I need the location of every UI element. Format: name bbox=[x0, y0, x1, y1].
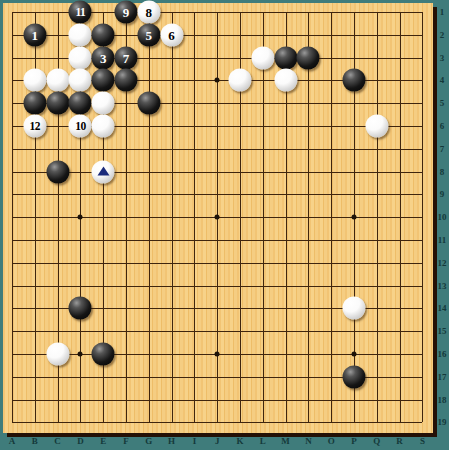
column-label-Q: Q bbox=[373, 437, 380, 446]
stone-black-G2: 5 bbox=[137, 23, 160, 46]
grid-line bbox=[377, 12, 378, 422]
grid-line bbox=[12, 240, 422, 241]
stone-white-E8 bbox=[92, 160, 115, 183]
stone-black-F3: 7 bbox=[115, 46, 138, 69]
column-label-G: G bbox=[145, 437, 152, 446]
column-label-D: D bbox=[77, 437, 84, 446]
move-number-label: 6 bbox=[168, 28, 175, 41]
go-board[interactable]: 1198156371210 bbox=[3, 3, 433, 433]
move-number-label: 5 bbox=[146, 28, 153, 41]
stone-white-H2: 6 bbox=[160, 23, 183, 46]
column-label-N: N bbox=[305, 437, 312, 446]
row-label-1: 1 bbox=[440, 8, 445, 17]
row-label-17: 17 bbox=[438, 372, 447, 381]
row-label-3: 3 bbox=[440, 53, 445, 62]
stone-black-D1: 11 bbox=[69, 1, 92, 24]
row-label-10: 10 bbox=[438, 213, 447, 222]
row-label-5: 5 bbox=[440, 99, 445, 108]
stone-black-D14 bbox=[69, 297, 92, 320]
column-label-R: R bbox=[396, 437, 403, 446]
move-number-label: 7 bbox=[123, 51, 130, 64]
column-label-E: E bbox=[100, 437, 106, 446]
grid-line bbox=[400, 12, 401, 422]
stone-black-C8 bbox=[46, 160, 69, 183]
row-label-14: 14 bbox=[438, 304, 447, 313]
move-number-label: 12 bbox=[30, 120, 41, 132]
stone-white-C4 bbox=[46, 69, 69, 92]
move-number-label: 10 bbox=[75, 120, 86, 132]
stone-white-C16 bbox=[46, 343, 69, 366]
stone-white-D2 bbox=[69, 23, 92, 46]
stone-white-D4 bbox=[69, 69, 92, 92]
move-number-label: 11 bbox=[75, 6, 85, 18]
triangle-marker-icon bbox=[97, 167, 109, 176]
stone-white-P14 bbox=[343, 297, 366, 320]
grid-line bbox=[12, 263, 422, 264]
column-label-C: C bbox=[54, 437, 61, 446]
row-label-7: 7 bbox=[440, 144, 445, 153]
stone-white-B4 bbox=[23, 69, 46, 92]
row-label-2: 2 bbox=[440, 30, 445, 39]
stone-black-M3 bbox=[274, 46, 297, 69]
row-label-6: 6 bbox=[440, 122, 445, 131]
stone-black-B2: 1 bbox=[23, 23, 46, 46]
stone-white-M4 bbox=[274, 69, 297, 92]
star-point bbox=[215, 352, 220, 357]
move-number-label: 1 bbox=[32, 28, 39, 41]
grid-line bbox=[12, 286, 422, 287]
row-label-12: 12 bbox=[438, 258, 447, 267]
column-label-I: I bbox=[193, 437, 197, 446]
stone-black-P4 bbox=[343, 69, 366, 92]
row-label-15: 15 bbox=[438, 327, 447, 336]
grid-line bbox=[12, 400, 422, 401]
stone-white-D6: 10 bbox=[69, 115, 92, 138]
grid-line bbox=[422, 12, 423, 422]
stone-black-F1: 9 bbox=[115, 1, 138, 24]
column-label-M: M bbox=[281, 437, 290, 446]
stone-black-E16 bbox=[92, 343, 115, 366]
stone-white-E5 bbox=[92, 92, 115, 115]
move-number-label: 3 bbox=[100, 51, 107, 64]
column-label-H: H bbox=[168, 437, 175, 446]
stone-black-C5 bbox=[46, 92, 69, 115]
stone-black-E3: 3 bbox=[92, 46, 115, 69]
stone-white-D3 bbox=[69, 46, 92, 69]
grid-line bbox=[331, 12, 332, 422]
row-label-19: 19 bbox=[438, 418, 447, 427]
column-label-K: K bbox=[236, 437, 243, 446]
row-label-16: 16 bbox=[438, 350, 447, 359]
stone-white-Q6 bbox=[365, 115, 388, 138]
column-label-O: O bbox=[328, 437, 335, 446]
stone-black-F4 bbox=[115, 69, 138, 92]
column-label-B: B bbox=[32, 437, 38, 446]
row-label-13: 13 bbox=[438, 281, 447, 290]
column-label-L: L bbox=[260, 437, 266, 446]
stone-black-P17 bbox=[343, 365, 366, 388]
stone-white-K4 bbox=[229, 69, 252, 92]
star-point bbox=[215, 78, 220, 83]
stone-white-L3 bbox=[251, 46, 274, 69]
grid-line bbox=[12, 331, 422, 332]
stone-black-E2 bbox=[92, 23, 115, 46]
star-point bbox=[78, 352, 83, 357]
stone-black-N3 bbox=[297, 46, 320, 69]
stone-white-E6 bbox=[92, 115, 115, 138]
star-point bbox=[352, 352, 357, 357]
column-label-J: J bbox=[215, 437, 220, 446]
star-point bbox=[352, 215, 357, 220]
move-number-label: 8 bbox=[146, 6, 153, 19]
stone-black-E4 bbox=[92, 69, 115, 92]
row-label-4: 4 bbox=[440, 76, 445, 85]
column-label-P: P bbox=[351, 437, 357, 446]
column-label-S: S bbox=[420, 437, 425, 446]
move-number-label: 9 bbox=[123, 6, 130, 19]
row-label-11: 11 bbox=[438, 236, 447, 245]
row-label-18: 18 bbox=[438, 395, 447, 404]
star-point bbox=[215, 215, 220, 220]
row-label-8: 8 bbox=[440, 167, 445, 176]
stone-black-G5 bbox=[137, 92, 160, 115]
stone-white-B6: 12 bbox=[23, 115, 46, 138]
grid-line bbox=[308, 12, 309, 422]
column-label-F: F bbox=[123, 437, 129, 446]
stone-black-D5 bbox=[69, 92, 92, 115]
stone-white-G1: 8 bbox=[137, 1, 160, 24]
grid-line bbox=[263, 12, 264, 422]
stone-black-B5 bbox=[23, 92, 46, 115]
column-label-A: A bbox=[9, 437, 16, 446]
star-point bbox=[78, 215, 83, 220]
row-label-9: 9 bbox=[440, 190, 445, 199]
go-game-viewer: 1198156371210 ABCDEFGHIJKLMNOPQRS 123456… bbox=[0, 0, 449, 450]
grid-line bbox=[12, 422, 422, 423]
